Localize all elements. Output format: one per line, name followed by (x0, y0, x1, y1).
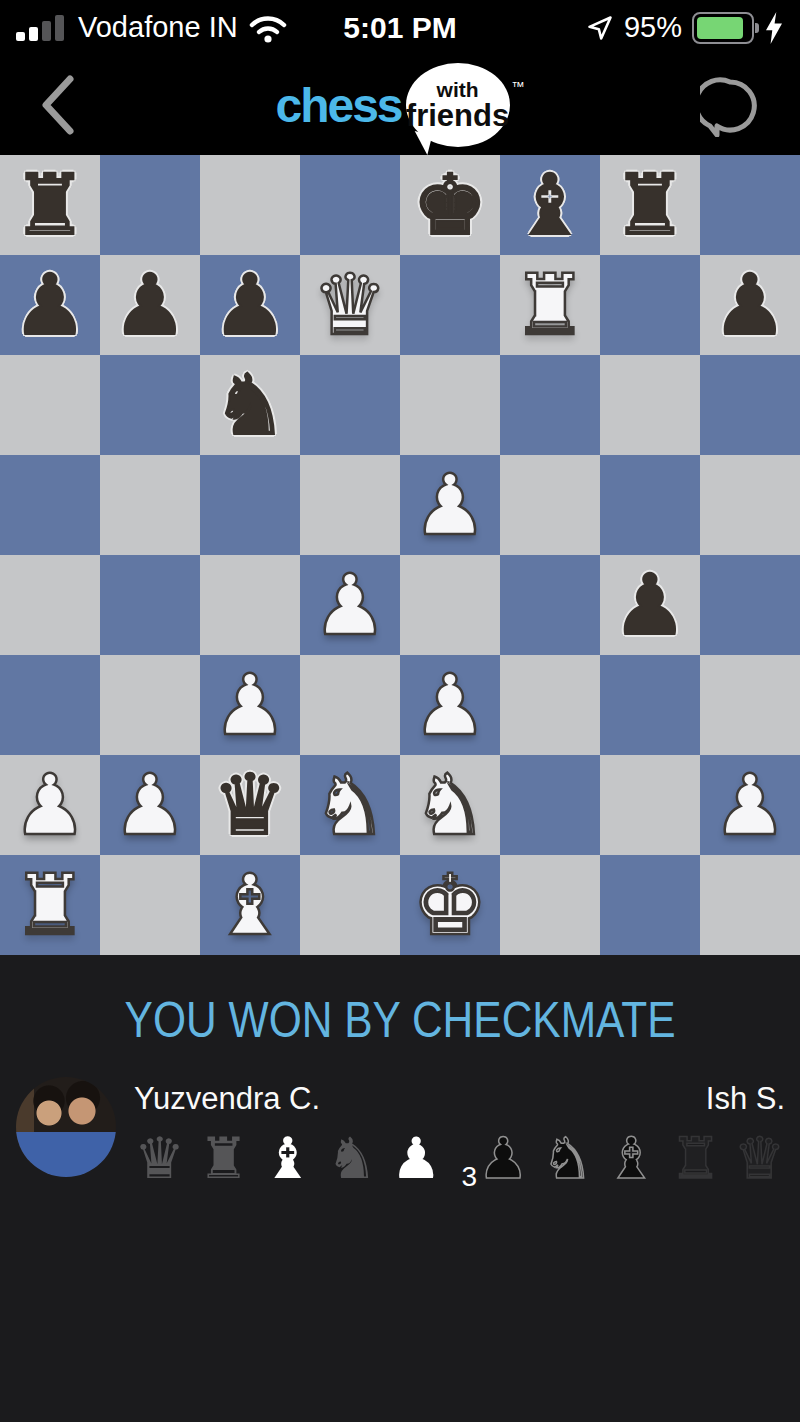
black-knight-piece[interactable]: ♞ (212, 355, 287, 455)
board-square-b1[interactable] (100, 855, 200, 955)
captured-rook-icon: ♜ (198, 1130, 249, 1187)
black-queen-piece[interactable]: ♛ (212, 755, 287, 855)
white-pawn-piece[interactable]: ♟ (412, 455, 487, 555)
white-queen-piece[interactable]: ♛ (312, 255, 387, 355)
app-screen: Vodafone IN 5:01 PM 95% (0, 0, 800, 1422)
result-panel: YOU WON BY CHECKMATE Yuzvendra C. ♛♜♝♞♟ … (0, 955, 800, 1422)
battery-icon (692, 12, 754, 44)
white-king-piece[interactable]: ♚ (412, 855, 487, 955)
board-square-d8[interactable] (300, 155, 400, 255)
result-banner-text: YOU WON BY CHECKMATE (125, 991, 676, 1049)
right-captured-tray: ♟3♞♝♜♛ (478, 1130, 786, 1187)
white-pawn-piece[interactable]: ♟ (112, 755, 187, 855)
back-button[interactable] (30, 75, 86, 135)
board-square-f6[interactable] (500, 355, 600, 455)
board-square-a3[interactable] (0, 655, 100, 755)
board-square-a6[interactable] (0, 355, 100, 455)
board-square-g7[interactable] (600, 255, 700, 355)
board-square-d7[interactable]: ♛ (300, 255, 400, 355)
logo-trademark: ™ (512, 79, 525, 94)
board-square-h6[interactable] (700, 355, 800, 455)
chess-board: ♜♚♝♜♟♟♟♛♜♟♞♟♟♟♟♟♟♟♛♞♞♟♜♝♚ (0, 155, 800, 955)
board-square-d4[interactable]: ♟ (300, 555, 400, 655)
captured-pawn-icon: ♟3 (478, 1130, 529, 1187)
board-square-d6[interactable] (300, 355, 400, 455)
board-square-f3[interactable] (500, 655, 600, 755)
board-square-g6[interactable] (600, 355, 700, 455)
board-square-g5[interactable] (600, 455, 700, 555)
logo-speech-bubble: with friends (406, 63, 510, 147)
captured-bishop-icon: ♝ (606, 1130, 657, 1187)
left-player-info: Yuzvendra C. ♛♜♝♞♟ (116, 1077, 460, 1187)
board-square-c5[interactable] (200, 455, 300, 555)
board-square-g8[interactable]: ♜ (600, 155, 700, 255)
board-square-h7[interactable]: ♟ (700, 255, 800, 355)
board-square-b6[interactable] (100, 355, 200, 455)
white-pawn-piece[interactable]: ♟ (12, 755, 87, 855)
board-square-f1[interactable] (500, 855, 600, 955)
board-square-h5[interactable] (700, 455, 800, 555)
logo-chess-text: chess (275, 78, 401, 133)
board-square-a2[interactable]: ♟ (0, 755, 100, 855)
black-pawn-piece[interactable]: ♟ (112, 255, 187, 355)
board-square-h4[interactable] (700, 555, 800, 655)
chat-button[interactable] (700, 77, 760, 141)
board-square-h1[interactable] (700, 855, 800, 955)
result-banner: YOU WON BY CHECKMATE (0, 955, 800, 1049)
status-bar: Vodafone IN 5:01 PM 95% (0, 0, 800, 55)
left-player-name: Yuzvendra C. (134, 1083, 442, 1114)
board-square-e6[interactable] (400, 355, 500, 455)
board-square-f7[interactable]: ♜ (500, 255, 600, 355)
board-square-c1[interactable]: ♝ (200, 855, 300, 955)
board-square-f8[interactable]: ♝ (500, 155, 600, 255)
black-king-piece[interactable]: ♚ (412, 155, 487, 255)
board-square-e3[interactable]: ♟ (400, 655, 500, 755)
board-square-g1[interactable] (600, 855, 700, 955)
white-rook-piece[interactable]: ♜ (12, 855, 87, 955)
board-square-c7[interactable]: ♟ (200, 255, 300, 355)
black-bishop-piece[interactable]: ♝ (512, 155, 587, 255)
right-player-info: Ish S. ♟3♞♝♜♛ (460, 1077, 800, 1187)
captured-knight-icon: ♞ (542, 1130, 593, 1187)
black-rook-piece[interactable]: ♜ (12, 155, 87, 255)
board-square-c3[interactable]: ♟ (200, 655, 300, 755)
board-square-f2[interactable] (500, 755, 600, 855)
captured-queen-icon: ♛ (734, 1130, 785, 1187)
board-square-e5[interactable]: ♟ (400, 455, 500, 555)
board-square-b4[interactable] (100, 555, 200, 655)
board-square-b2[interactable]: ♟ (100, 755, 200, 855)
app-logo: chess with friends ™ (275, 63, 524, 147)
captured-rook-icon: ♜ (670, 1130, 721, 1187)
board-square-d5[interactable] (300, 455, 400, 555)
captured-pawn-count: 3 (462, 1163, 478, 1191)
board-square-h2[interactable]: ♟ (700, 755, 800, 855)
black-rook-piece[interactable]: ♜ (612, 155, 687, 255)
board-square-c4[interactable] (200, 555, 300, 655)
battery-fill (697, 17, 743, 39)
board-square-g3[interactable] (600, 655, 700, 755)
white-bishop-piece[interactable]: ♝ (212, 855, 287, 955)
white-pawn-piece[interactable]: ♟ (312, 555, 387, 655)
left-captured-tray: ♛♜♝♞♟ (134, 1130, 442, 1187)
board-square-f5[interactable] (500, 455, 600, 555)
captured-pawn-icon: ♟ (390, 1130, 441, 1187)
board-square-d2[interactable]: ♞ (300, 755, 400, 855)
board-square-h8[interactable] (700, 155, 800, 255)
logo-with-text: with (437, 79, 479, 100)
board-square-e1[interactable]: ♚ (400, 855, 500, 955)
board-square-c8[interactable] (200, 155, 300, 255)
board-square-a7[interactable]: ♟ (0, 255, 100, 355)
header: chess with friends ™ (0, 55, 800, 155)
chat-bubble-icon (700, 77, 760, 137)
board-square-a5[interactable] (0, 455, 100, 555)
black-pawn-piece[interactable]: ♟ (212, 255, 287, 355)
white-knight-piece[interactable]: ♞ (412, 755, 487, 855)
white-rook-piece[interactable]: ♜ (512, 255, 587, 355)
board-square-h3[interactable] (700, 655, 800, 755)
battery-nub (755, 23, 759, 33)
left-player-avatar[interactable] (16, 1077, 116, 1177)
board-square-f4[interactable] (500, 555, 600, 655)
logo-friends-text: friends (406, 100, 509, 131)
board-square-e4[interactable] (400, 555, 500, 655)
black-pawn-piece[interactable]: ♟ (712, 255, 787, 355)
white-pawn-piece[interactable]: ♟ (212, 655, 287, 755)
white-knight-piece[interactable]: ♞ (312, 755, 387, 855)
players-row: Yuzvendra C. ♛♜♝♞♟ Ish S. ♟3♞♝♜♛ (0, 1077, 800, 1187)
clock-time: 5:01 PM (0, 11, 800, 45)
board-square-c6[interactable]: ♞ (200, 355, 300, 455)
captured-knight-icon: ♞ (326, 1130, 377, 1187)
board-square-g4[interactable]: ♟ (600, 555, 700, 655)
back-chevron-icon (39, 74, 77, 136)
board-square-d1[interactable] (300, 855, 400, 955)
board-square-b7[interactable]: ♟ (100, 255, 200, 355)
board-square-d3[interactable] (300, 655, 400, 755)
captured-bishop-icon: ♝ (262, 1130, 313, 1187)
board-square-a1[interactable]: ♜ (0, 855, 100, 955)
board-square-e2[interactable]: ♞ (400, 755, 500, 855)
board-square-b5[interactable] (100, 455, 200, 555)
board-square-a4[interactable] (0, 555, 100, 655)
white-pawn-piece[interactable]: ♟ (712, 755, 787, 855)
black-pawn-piece[interactable]: ♟ (612, 555, 687, 655)
board-square-a8[interactable]: ♜ (0, 155, 100, 255)
board-square-e7[interactable] (400, 255, 500, 355)
board-square-b8[interactable] (100, 155, 200, 255)
board-square-e8[interactable]: ♚ (400, 155, 500, 255)
board-square-g2[interactable] (600, 755, 700, 855)
black-pawn-piece[interactable]: ♟ (12, 255, 87, 355)
board-square-c2[interactable]: ♛ (200, 755, 300, 855)
right-player-name: Ish S. (706, 1083, 785, 1114)
board-square-b3[interactable] (100, 655, 200, 755)
captured-queen-icon: ♛ (134, 1130, 185, 1187)
white-pawn-piece[interactable]: ♟ (412, 655, 487, 755)
